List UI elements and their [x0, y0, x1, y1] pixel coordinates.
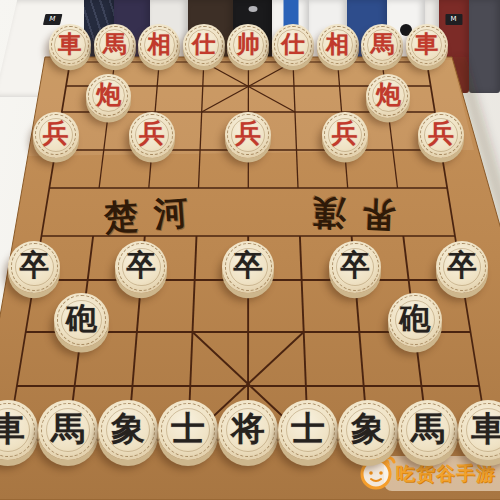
piece-black-将[interactable]: 将 [218, 400, 278, 460]
piece-red-相[interactable]: 相 [138, 24, 180, 66]
piece-character: 馬 [411, 407, 445, 452]
piece-black-馬[interactable]: 馬 [398, 400, 458, 460]
piece-black-砲[interactable]: 砲 [388, 293, 443, 348]
piece-red-兵[interactable]: 兵 [129, 112, 175, 158]
piece-character: 車 [415, 28, 439, 60]
piece-character: 卒 [447, 246, 476, 286]
piece-character: 兵 [235, 116, 261, 151]
piece-red-馬[interactable]: 馬 [94, 24, 136, 66]
piece-character: 車 [58, 28, 82, 60]
piece-black-馬[interactable]: 馬 [38, 400, 98, 460]
piece-character: 兵 [43, 116, 69, 151]
piece-character: 車 [0, 407, 25, 452]
piece-character: 馬 [51, 407, 85, 452]
piece-character: 卒 [340, 246, 369, 286]
piece-character: 砲 [400, 298, 431, 340]
piece-black-車[interactable]: 車 [458, 400, 500, 460]
piece-character: 象 [111, 407, 145, 452]
piece-character: 将 [231, 407, 265, 452]
piece-black-象[interactable]: 象 [338, 400, 398, 460]
piece-black-卒[interactable]: 卒 [222, 241, 274, 293]
piece-character: 象 [351, 407, 385, 452]
piece-red-兵[interactable]: 兵 [33, 112, 79, 158]
piece-black-卒[interactable]: 卒 [436, 241, 488, 293]
piece-character: 相 [326, 28, 350, 60]
piece-red-炮[interactable]: 炮 [86, 74, 130, 118]
piece-character: 炮 [376, 78, 401, 111]
piece-black-車[interactable]: 車 [0, 400, 38, 460]
piece-character: 卒 [234, 246, 263, 286]
piece-character: 卒 [127, 246, 156, 286]
piece-black-卒[interactable]: 卒 [8, 241, 60, 293]
piece-character: 兵 [139, 116, 165, 151]
piece-red-仕[interactable]: 仕 [272, 24, 314, 66]
piece-character: 馬 [103, 28, 127, 60]
piece-character: 馬 [370, 28, 394, 60]
piece-red-帅[interactable]: 帅 [227, 24, 269, 66]
piece-character: 仕 [281, 28, 305, 60]
piece-character: 炮 [96, 78, 121, 111]
piece-red-兵[interactable]: 兵 [418, 112, 464, 158]
piece-red-車[interactable]: 車 [49, 24, 91, 66]
piece-black-士[interactable]: 士 [158, 400, 218, 460]
piece-character: 卒 [20, 246, 49, 286]
watermark-text: 吃货谷手游 [396, 461, 496, 487]
piece-red-相[interactable]: 相 [317, 24, 359, 66]
piece-red-仕[interactable]: 仕 [183, 24, 225, 66]
piece-character: 仕 [192, 28, 216, 60]
piece-character: 兵 [332, 116, 358, 151]
piece-black-卒[interactable]: 卒 [329, 241, 381, 293]
pieces-layer: 車馬相仕帅仕相馬車炮炮兵兵兵兵兵卒卒卒卒卒砲砲車馬象士将士象馬車 [0, 0, 500, 500]
piece-red-馬[interactable]: 馬 [361, 24, 403, 66]
piece-black-士[interactable]: 士 [278, 400, 338, 460]
piece-character: 士 [291, 407, 325, 452]
piece-character: 砲 [66, 298, 97, 340]
piece-black-砲[interactable]: 砲 [54, 293, 109, 348]
piece-character: 兵 [428, 116, 454, 151]
piece-red-兵[interactable]: 兵 [225, 112, 271, 158]
piece-character: 帅 [237, 28, 261, 60]
piece-character: 車 [471, 407, 500, 452]
piece-red-炮[interactable]: 炮 [366, 74, 410, 118]
photo-scene: MM 楚河 界漢 車馬相仕帅仕相馬車炮炮兵兵兵兵兵卒卒卒卒卒砲砲車馬象士将士象馬… [0, 0, 500, 500]
piece-character: 相 [147, 28, 171, 60]
piece-character: 士 [171, 407, 205, 452]
watermark: 吃货谷手游 [384, 456, 500, 491]
piece-red-兵[interactable]: 兵 [322, 112, 368, 158]
piece-black-象[interactable]: 象 [98, 400, 158, 460]
piece-red-車[interactable]: 車 [406, 24, 448, 66]
piece-black-卒[interactable]: 卒 [115, 241, 167, 293]
